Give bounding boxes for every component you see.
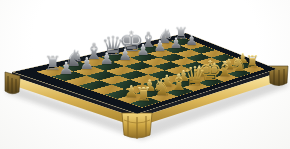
chess-set-photo: ♜♞♝♛♚♝♞♜♟♟♟♟♟♟♟♟♟♟♟♟♟♟♟♟♜♞♝♛♚♝♞♜ — [0, 0, 290, 149]
left-corner-foot — [5, 72, 20, 94]
front-corner-foot — [122, 113, 152, 139]
